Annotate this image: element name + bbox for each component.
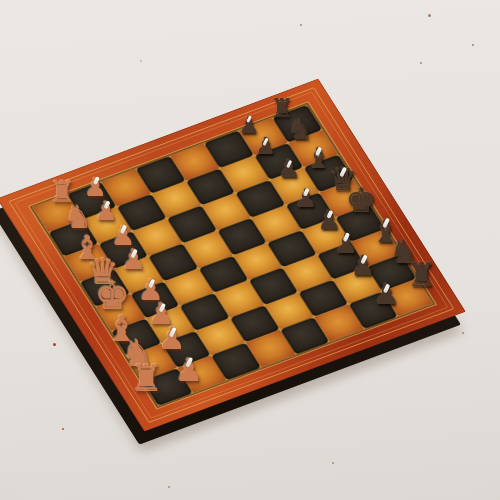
speck xyxy=(462,332,464,334)
speck xyxy=(62,428,64,430)
speck xyxy=(428,14,431,17)
speck xyxy=(472,44,474,46)
speck xyxy=(53,343,56,346)
speck xyxy=(140,60,142,62)
photo-stage: ♜♞♝♛♚♝♞♜♟♟♟♟♟♟♟♟♟♟♟♟♟♟♟♟♜♞♝♛♚♝♞♜ xyxy=(0,0,500,500)
speck xyxy=(420,62,422,64)
speck xyxy=(332,462,334,464)
chessboard xyxy=(0,79,466,432)
speck xyxy=(300,24,302,26)
speck xyxy=(168,486,170,488)
